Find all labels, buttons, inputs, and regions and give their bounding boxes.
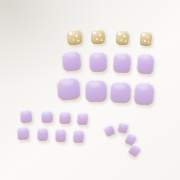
lilac-nail (17, 126, 30, 141)
lilac-nail (117, 121, 129, 134)
lilac-nail (110, 81, 132, 104)
lilac-nail (59, 111, 71, 124)
gold-glitter-nail (139, 31, 152, 47)
gold-glitter-nail (116, 30, 130, 45)
gold-glitter-nail (67, 29, 83, 46)
lilac-nail (102, 124, 115, 138)
lilac-nail (133, 81, 155, 105)
lilac-nail (85, 79, 107, 102)
lilac-nail (73, 129, 85, 144)
nails-layer (0, 0, 180, 180)
lilac-nail (41, 110, 53, 123)
lilac-nail (77, 112, 89, 126)
lilac-nail (89, 51, 107, 72)
gold-glitter-nail (91, 29, 105, 44)
lilac-nail (61, 50, 81, 72)
lilac-nail (20, 109, 33, 124)
lilac-nail (37, 127, 48, 141)
press-on-nails-product-photo (0, 0, 180, 180)
lilac-nail (55, 128, 66, 142)
lilac-nail (136, 52, 154, 74)
lilac-nail (56, 76, 81, 101)
lilac-nail (113, 52, 132, 74)
